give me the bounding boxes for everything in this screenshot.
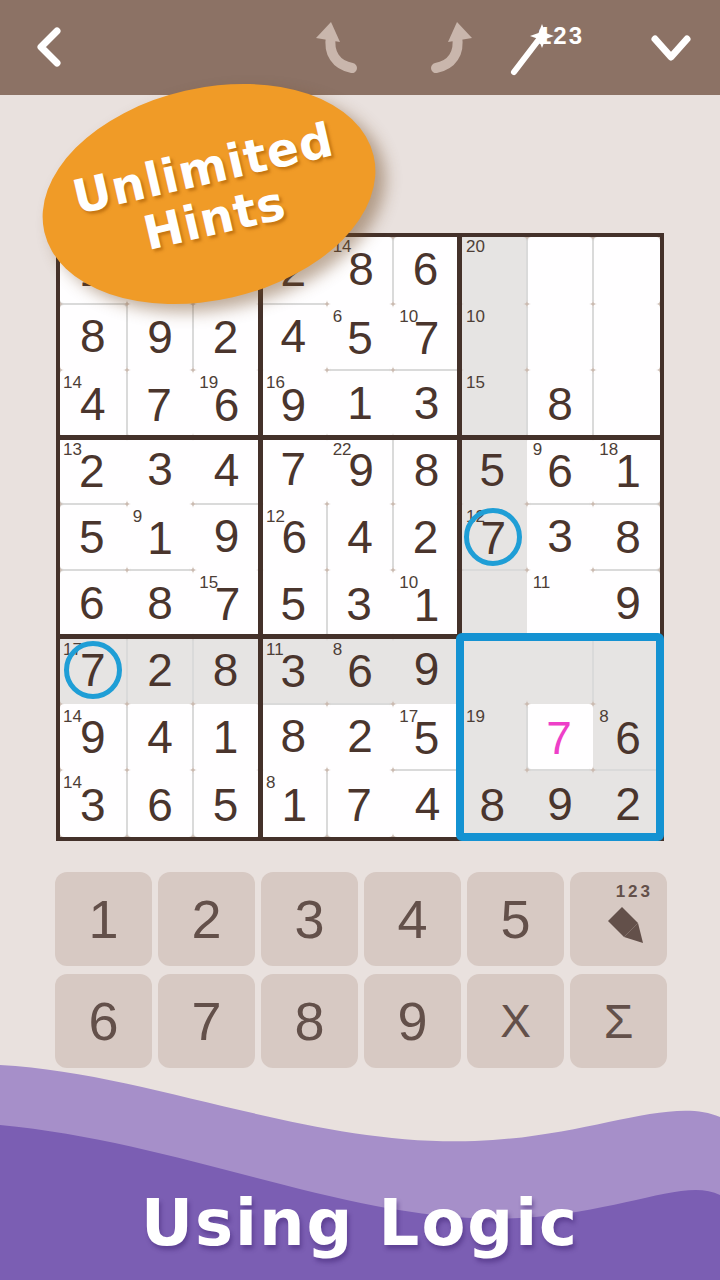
given-digit: 3 [346, 581, 372, 627]
board-cell-r3c6[interactable]: 3 [393, 370, 460, 437]
board-cell-r7c6[interactable]: 9 [393, 637, 460, 704]
given-digit: 6 [147, 782, 173, 828]
given-digit: 7 [281, 446, 307, 492]
given-digit: 8 [348, 246, 374, 292]
board-cell-r1c8[interactable] [527, 237, 594, 304]
board-cell-r6c7[interactable] [460, 570, 527, 637]
board-cell-r3c3[interactable]: 196 [193, 370, 260, 437]
board-cell-r1c9[interactable] [593, 237, 660, 304]
given-digit: 8 [213, 647, 239, 693]
given-digit: 1 [347, 380, 373, 426]
given-digit: 8 [281, 713, 307, 759]
board-cell-r4c5[interactable]: 229 [327, 437, 394, 504]
board-cell-r2c4[interactable]: 4 [260, 304, 327, 371]
board-cell-r6c8[interactable]: 11 [527, 570, 594, 637]
given-digit: 1 [615, 448, 641, 494]
board-cell-r2c5[interactable]: 65 [327, 304, 394, 371]
cage-sum-label: 19 [199, 374, 218, 393]
board-cell-r3c1[interactable]: 144 [60, 370, 127, 437]
board-cell-r9c2[interactable]: 6 [127, 770, 194, 837]
board-cell-r1c6[interactable]: 6 [393, 237, 460, 304]
board-cell-r4c9[interactable]: 181 [593, 437, 660, 504]
board-cell-r4c8[interactable]: 96 [527, 437, 594, 504]
cage-sum-label: 15 [199, 574, 218, 593]
board-cell-r5c1[interactable]: 5 [60, 504, 127, 571]
cage-sum-label: 8 [266, 774, 275, 793]
board-cell-r4c3[interactable]: 4 [193, 437, 260, 504]
given-digit: 4 [214, 447, 240, 493]
given-digit: 4 [281, 313, 307, 359]
top-toolbar: 123 [0, 0, 720, 95]
hint-circle [464, 508, 522, 566]
number-pad: 1 2 3 4 5 123 6 7 8 9 X Σ [55, 872, 667, 1068]
board-cell-r3c8[interactable]: 8 [527, 370, 594, 437]
given-digit: 2 [79, 448, 105, 494]
given-digit: 6 [282, 514, 308, 560]
board-cell-r3c7[interactable]: 15 [460, 370, 527, 437]
given-digit: 5 [213, 782, 239, 828]
given-digit: 2 [147, 647, 173, 693]
cage-sum-label: 11 [266, 641, 284, 660]
given-digit: 8 [615, 514, 641, 560]
cage-sum-label: 15 [466, 374, 485, 393]
pencil-icon [592, 897, 646, 951]
board-cell-r8c4[interactable]: 8 [260, 704, 327, 771]
given-digit: 3 [281, 648, 307, 694]
cage-sum-label: 17 [399, 708, 418, 727]
board-cell-r1c7[interactable]: 20 [460, 237, 527, 304]
given-digit: 2 [413, 514, 439, 560]
given-digit: 4 [347, 514, 373, 560]
cage-sum-label: 14 [63, 374, 82, 393]
sudoku-board: 2018536214862089246510710144719616913158… [56, 233, 664, 841]
board-cell-r5c9[interactable]: 8 [593, 504, 660, 571]
board-cell-r9c1[interactable]: 143 [60, 770, 127, 837]
given-digit: 9 [147, 314, 173, 360]
board-cell-r4c4[interactable]: 7 [260, 437, 327, 504]
redo-arrow-icon[interactable] [422, 20, 476, 76]
board-cell-r2c3[interactable]: 2 [193, 304, 260, 371]
board-cell-r3c4[interactable]: 169 [260, 370, 327, 437]
board-cell-r4c6[interactable]: 8 [393, 437, 460, 504]
given-digit: 4 [80, 381, 106, 427]
board-cell-r2c8[interactable] [527, 304, 594, 371]
board-cell-r3c2[interactable]: 7 [127, 370, 194, 437]
given-digit: 3 [80, 782, 106, 828]
board-cell-r4c7[interactable]: 5 [460, 437, 527, 504]
given-digit: 7 [146, 382, 172, 428]
given-digit: 8 [80, 313, 106, 359]
numpad-key-3[interactable]: 3 [261, 872, 358, 966]
numpad-key-2[interactable]: 2 [158, 872, 255, 966]
cage-sum-label: 18 [599, 441, 618, 460]
given-digit: 5 [281, 581, 307, 627]
given-digit: 3 [547, 513, 573, 559]
board-cell-r3c9[interactable] [593, 370, 660, 437]
cage-sum-label: 16 [266, 374, 285, 393]
cage-sum-label: 8 [333, 641, 342, 660]
board-cell-r5c3[interactable]: 9 [193, 504, 260, 571]
board-cell-r8c6[interactable]: 175 [393, 704, 460, 771]
given-digit: 2 [213, 314, 239, 360]
given-digit: 4 [147, 714, 173, 760]
numpad-key-5[interactable]: 5 [467, 872, 564, 966]
board-cell-r5c8[interactable]: 3 [527, 504, 594, 571]
given-digit: 9 [615, 580, 641, 626]
board-cell-r6c5[interactable]: 3 [327, 570, 394, 637]
board-cell-r7c5[interactable]: 86 [327, 637, 394, 704]
board-cell-r6c2[interactable]: 8 [127, 570, 194, 637]
given-digit: 8 [414, 447, 440, 493]
app-screen: 123 201853621486208924651071014471961691… [0, 0, 720, 1280]
board-cell-r7c4[interactable]: 113 [260, 637, 327, 704]
board-cell-r8c2[interactable]: 4 [127, 704, 194, 771]
board-cell-r5c6[interactable]: 2 [393, 504, 460, 571]
given-digit: 6 [79, 580, 105, 626]
given-digit: 7 [215, 581, 241, 627]
box-border-horizontal-1 [60, 435, 660, 440]
board-cell-r2c1[interactable]: 8 [60, 304, 127, 371]
board-cell-r6c9[interactable]: 9 [593, 570, 660, 637]
cage-sum-label: 10 [399, 574, 418, 593]
highlighted-box-outline [456, 633, 664, 841]
given-digit: 9 [414, 646, 440, 692]
given-digit: 9 [348, 447, 374, 493]
board-cell-r7c2[interactable]: 2 [127, 637, 194, 704]
board-cell-r1c5[interactable]: 148 [327, 237, 394, 304]
board-cell-r8c3[interactable]: 1 [193, 704, 260, 771]
cage-sum-label: 14 [63, 708, 82, 727]
given-digit: 6 [413, 246, 439, 292]
board-cell-r5c2[interactable]: 91 [127, 504, 194, 571]
given-digit: 4 [415, 781, 441, 827]
board-cell-r2c9[interactable] [593, 304, 660, 371]
board-cell-r4c2[interactable]: 3 [127, 437, 194, 504]
cage-sum-label: 6 [333, 308, 342, 327]
given-digit: 5 [347, 315, 373, 361]
given-digit: 5 [79, 514, 105, 560]
board-cell-r3c5[interactable]: 1 [327, 370, 394, 437]
board-cell-r2c7[interactable]: 10 [460, 304, 527, 371]
board-cell-r6c1[interactable]: 6 [60, 570, 127, 637]
board-cell-r6c6[interactable]: 101 [393, 570, 460, 637]
board-cell-r6c4[interactable]: 5 [260, 570, 327, 637]
wand-123-label[interactable]: 123 [538, 22, 584, 50]
board-cell-r2c6[interactable]: 107 [393, 304, 460, 371]
hint-circle [64, 641, 122, 699]
given-digit: 3 [147, 446, 173, 492]
board-cell-r2c2[interactable]: 9 [127, 304, 194, 371]
cage-sum-label: 14 [63, 774, 82, 793]
cage-sum-label: 10 [466, 308, 485, 327]
board-cell-r4c1[interactable]: 132 [60, 437, 127, 504]
board-cell-r7c3[interactable]: 8 [193, 637, 260, 704]
given-digit: 9 [80, 714, 106, 760]
footer-banner: Using Logic [0, 1045, 720, 1280]
given-digit: 1 [282, 782, 308, 828]
given-digit: 7 [346, 782, 372, 828]
given-digit: 2 [347, 713, 373, 759]
board-cell-r9c5[interactable]: 7 [327, 770, 394, 837]
given-digit: 3 [414, 380, 440, 426]
numpad-key-1[interactable]: 1 [55, 872, 152, 966]
given-digit: 5 [480, 447, 506, 493]
cage-sum-label: 22 [333, 441, 352, 460]
undo-arrow-icon[interactable] [312, 20, 366, 76]
cage-sum-label: 11 [533, 574, 551, 593]
footer-caption: Using Logic [0, 1186, 720, 1260]
cage-sum-label: 9 [133, 508, 142, 527]
collapse-chevron-down-icon[interactable] [648, 30, 694, 66]
board-cell-r5c4[interactable]: 126 [260, 504, 327, 571]
board-cell-r9c6[interactable]: 4 [393, 770, 460, 837]
given-digit: 6 [547, 448, 573, 494]
given-digit: 1 [147, 515, 173, 561]
given-digit: 9 [214, 513, 240, 559]
board-cell-r9c3[interactable]: 5 [193, 770, 260, 837]
given-digit: 1 [213, 714, 239, 760]
board-cell-r8c5[interactable]: 2 [327, 704, 394, 771]
board-cell-r5c5[interactable]: 4 [327, 504, 394, 571]
board-cell-r9c4[interactable]: 81 [260, 770, 327, 837]
cage-sum-label: 20 [466, 238, 485, 257]
cage-sum-label: 10 [399, 308, 418, 327]
cage-sum-label: 9 [533, 441, 542, 460]
given-digit: 6 [347, 648, 373, 694]
back-button-chevron-left-icon[interactable] [28, 24, 74, 70]
cage-sum-label: 12 [266, 508, 285, 527]
board-cell-r8c1[interactable]: 149 [60, 704, 127, 771]
board-cell-r6c3[interactable]: 157 [193, 570, 260, 637]
numpad-pencil-key[interactable]: 123 [570, 872, 667, 966]
pencil-123-label: 123 [616, 882, 653, 902]
given-digit: 8 [147, 580, 173, 626]
box-border-vertical-1 [258, 237, 263, 837]
given-digit: 8 [547, 381, 573, 427]
numpad-key-4[interactable]: 4 [364, 872, 461, 966]
cage-sum-label: 13 [63, 441, 82, 460]
